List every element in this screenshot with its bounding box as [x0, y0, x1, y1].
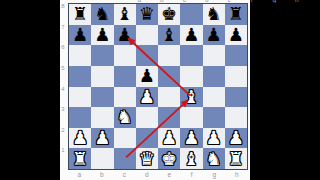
square-g2[interactable]: ♟: [203, 128, 225, 149]
square-f3[interactable]: [180, 107, 202, 128]
square-c3[interactable]: ♞: [114, 107, 136, 128]
coordinate-label: 6: [59, 44, 67, 65]
square-e1[interactable]: ♚: [158, 148, 180, 169]
square-c7[interactable]: ♟: [114, 25, 136, 46]
square-d8[interactable]: ♛: [136, 4, 158, 25]
square-b1[interactable]: [91, 148, 113, 169]
coordinate-label: f: [181, 171, 204, 180]
piece-black-knight[interactable]: ♞: [206, 5, 222, 23]
piece-white-rook[interactable]: ♜: [228, 150, 244, 168]
piece-white-pawn[interactable]: ♟: [139, 88, 155, 106]
piece-black-queen[interactable]: ♛: [139, 5, 155, 23]
square-f5[interactable]: [180, 66, 202, 87]
square-a4[interactable]: [69, 87, 91, 108]
piece-white-king[interactable]: ♚: [161, 150, 177, 168]
coordinate-label: a: [68, 171, 91, 180]
square-b2[interactable]: ♟: [91, 128, 113, 149]
piece-black-rook[interactable]: ♜: [228, 5, 244, 23]
square-c1[interactable]: [114, 148, 136, 169]
square-f7[interactable]: ♟: [180, 25, 202, 46]
square-c4[interactable]: [114, 87, 136, 108]
piece-white-pawn[interactable]: ♟: [94, 129, 110, 147]
coordinate-label: 8: [59, 3, 67, 24]
piece-white-pawn[interactable]: ♟: [161, 129, 177, 147]
square-h8[interactable]: ♜: [225, 4, 247, 25]
square-d5[interactable]: ♟: [136, 66, 158, 87]
square-g7[interactable]: ♟: [203, 25, 225, 46]
chess-diagram-frame: abcdefgh 87654321 ♜♞♝♛♚♞♜♟♟♟♝♟♟♟♟♟♝♞♟♟♟♟…: [0, 0, 320, 180]
square-e2[interactable]: ♟: [158, 128, 180, 149]
square-g4[interactable]: [203, 87, 225, 108]
square-c5[interactable]: [114, 66, 136, 87]
square-d2[interactable]: [136, 128, 158, 149]
piece-white-knight[interactable]: ♞: [206, 150, 222, 168]
piece-black-pawn[interactable]: ♟: [117, 26, 133, 44]
coordinate-label: d: [136, 171, 159, 180]
coordinate-label: 7: [59, 24, 67, 45]
square-c2[interactable]: [114, 128, 136, 149]
piece-black-pawn[interactable]: ♟: [228, 26, 244, 44]
coordinate-label: e: [158, 171, 181, 180]
square-a3[interactable]: [69, 107, 91, 128]
piece-black-king[interactable]: ♚: [161, 5, 177, 23]
square-e6[interactable]: [158, 45, 180, 66]
square-g1[interactable]: ♞: [203, 148, 225, 169]
square-f6[interactable]: [180, 45, 202, 66]
square-e5[interactable]: [158, 66, 180, 87]
piece-black-bishop[interactable]: ♝: [161, 26, 177, 44]
square-b3[interactable]: [91, 107, 113, 128]
square-b5[interactable]: [91, 66, 113, 87]
piece-white-rook[interactable]: ♜: [72, 150, 88, 168]
piece-white-queen[interactable]: ♛: [139, 150, 155, 168]
square-b8[interactable]: ♞: [91, 4, 113, 25]
square-e8[interactable]: ♚: [158, 4, 180, 25]
piece-black-pawn[interactable]: ♟: [206, 26, 222, 44]
coordinate-label: g: [203, 171, 226, 180]
chess-board[interactable]: ♜♞♝♛♚♞♜♟♟♟♝♟♟♟♟♟♝♞♟♟♟♟♟♟♜♛♚♝♞♜: [68, 3, 248, 170]
square-h1[interactable]: ♜: [225, 148, 247, 169]
square-f8[interactable]: [180, 4, 202, 25]
piece-black-knight[interactable]: ♞: [94, 5, 110, 23]
coordinate-label: 1: [59, 147, 67, 168]
piece-white-bishop[interactable]: ♝: [183, 150, 199, 168]
square-b4[interactable]: [91, 87, 113, 108]
square-a8[interactable]: ♜: [69, 4, 91, 25]
coordinate-label: 3: [59, 106, 67, 127]
square-c8[interactable]: ♝: [114, 4, 136, 25]
file-labels-bottom: abcdefgh: [68, 171, 248, 180]
coordinate-label: 5: [59, 65, 67, 86]
piece-black-bishop[interactable]: ♝: [117, 5, 133, 23]
piece-black-pawn[interactable]: ♟: [139, 67, 155, 85]
square-e3[interactable]: [158, 107, 180, 128]
piece-white-pawn[interactable]: ♟: [72, 129, 88, 147]
square-a1[interactable]: ♜: [69, 148, 91, 169]
piece-black-pawn[interactable]: ♟: [94, 26, 110, 44]
coordinate-label: c: [113, 171, 136, 180]
square-e7[interactable]: ♝: [158, 25, 180, 46]
piece-white-pawn[interactable]: ♟: [228, 129, 244, 147]
coordinate-label: 4: [59, 86, 67, 107]
square-h6[interactable]: [225, 45, 247, 66]
piece-white-pawn[interactable]: ♟: [206, 129, 222, 147]
square-f4[interactable]: ♝: [180, 87, 202, 108]
square-g5[interactable]: [203, 66, 225, 87]
square-h7[interactable]: ♟: [225, 25, 247, 46]
square-d4[interactable]: ♟: [136, 87, 158, 108]
square-a2[interactable]: ♟: [69, 128, 91, 149]
square-a7[interactable]: ♟: [69, 25, 91, 46]
square-a5[interactable]: [69, 66, 91, 87]
square-c6[interactable]: [114, 45, 136, 66]
square-g8[interactable]: ♞: [203, 4, 225, 25]
piece-white-bishop[interactable]: ♝: [183, 88, 199, 106]
square-g6[interactable]: [203, 45, 225, 66]
coordinate-label: g: [263, 0, 286, 3]
square-h2[interactable]: ♟: [225, 128, 247, 149]
square-e4[interactable]: [158, 87, 180, 108]
piece-black-rook[interactable]: ♜: [72, 5, 88, 23]
letterbox-left: [0, 0, 60, 180]
square-f2[interactable]: ♟: [180, 128, 202, 149]
square-d6[interactable]: [136, 45, 158, 66]
coordinate-label: h: [286, 0, 309, 3]
square-d7[interactable]: [136, 25, 158, 46]
letterbox-right: [250, 0, 320, 180]
square-b6[interactable]: [91, 45, 113, 66]
piece-black-pawn[interactable]: ♟: [183, 26, 199, 44]
coordinate-label: b: [91, 171, 114, 180]
piece-white-pawn[interactable]: ♟: [183, 129, 199, 147]
rank-labels: 87654321: [59, 3, 67, 168]
square-h5[interactable]: [225, 66, 247, 87]
square-h4[interactable]: [225, 87, 247, 108]
square-h3[interactable]: [225, 107, 247, 128]
piece-black-pawn[interactable]: ♟: [72, 26, 88, 44]
piece-white-knight[interactable]: ♞: [117, 108, 133, 126]
square-b7[interactable]: ♟: [91, 25, 113, 46]
coordinate-label: h: [226, 171, 249, 180]
square-g3[interactable]: [203, 107, 225, 128]
coordinate-label: 2: [59, 127, 67, 148]
square-f1[interactable]: ♝: [180, 148, 202, 169]
square-d1[interactable]: ♛: [136, 148, 158, 169]
square-d3[interactable]: [136, 107, 158, 128]
square-a6[interactable]: [69, 45, 91, 66]
